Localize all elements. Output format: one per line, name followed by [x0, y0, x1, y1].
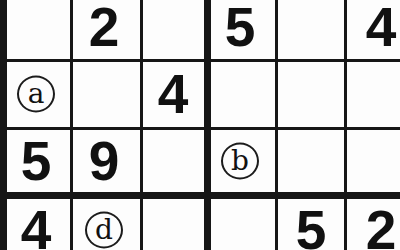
grid-line-vertical — [275, 0, 278, 250]
given-digit: 5 — [296, 203, 327, 250]
given-digit: 4 — [158, 67, 189, 122]
sudoku-board: 254a459b4d52 — [0, 0, 400, 250]
given-digit: 2 — [366, 203, 397, 250]
given-digit: 4 — [21, 203, 52, 250]
grid-line-vertical — [344, 0, 347, 250]
grid-line-vertical — [70, 0, 73, 250]
box-line-vertical — [0, 0, 7, 250]
grid-line-vertical — [140, 0, 143, 250]
label-letter: b — [231, 146, 249, 174]
label-circle: d — [85, 212, 123, 249]
box-line-horizontal — [0, 192, 400, 199]
given-digit: 5 — [225, 0, 256, 55]
given-digit: 9 — [89, 134, 120, 189]
grid-line-horizontal — [0, 127, 400, 130]
grid-line-horizontal — [0, 59, 400, 62]
given-digit: 4 — [366, 0, 397, 55]
given-digit: 5 — [21, 134, 52, 189]
label-circle: a — [17, 76, 55, 113]
box-line-vertical — [204, 0, 211, 250]
label-letter: a — [28, 79, 45, 107]
label-letter: d — [95, 215, 113, 243]
given-digit: 2 — [89, 0, 120, 55]
label-circle: b — [221, 143, 259, 180]
